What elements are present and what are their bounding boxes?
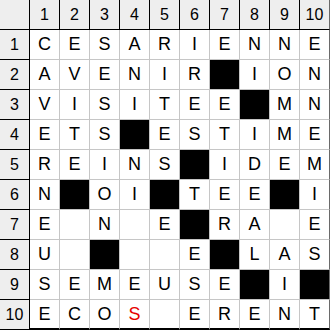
letter-cell-r3-c4[interactable]: I [120, 90, 150, 120]
letter-cell-r5-c3[interactable]: I [90, 150, 120, 180]
col-header-10: 10 [300, 0, 330, 30]
col-header-5: 5 [150, 0, 180, 30]
letter-cell-r8-c6[interactable]: E [180, 240, 210, 270]
letter-cell-r6-c10[interactable]: I [300, 180, 330, 210]
row-header-8: 8 [0, 240, 30, 270]
letter-cell-r5-c10[interactable]: M [300, 150, 330, 180]
row-header-7: 7 [0, 210, 30, 240]
letter-cell-r10-c4[interactable]: S [120, 300, 150, 330]
empty-cell-r7-c4[interactable] [120, 210, 150, 240]
corner-cell [0, 0, 30, 30]
black-cell-r7-c6 [180, 210, 210, 240]
row-header-1: 1 [0, 30, 30, 60]
letter-cell-r6-c1[interactable]: N [30, 180, 60, 210]
letter-cell-r7-c8[interactable]: A [240, 210, 270, 240]
empty-cell-r7-c9[interactable] [270, 210, 300, 240]
letter-cell-r8-c8[interactable]: L [240, 240, 270, 270]
col-header-4: 4 [120, 0, 150, 30]
letter-cell-r1-c5[interactable]: R [150, 30, 180, 60]
letter-cell-r10-c2[interactable]: C [60, 300, 90, 330]
row-header-9: 9 [0, 270, 30, 300]
letter-cell-r5-c5[interactable]: S [150, 150, 180, 180]
letter-cell-r6-c4[interactable]: I [120, 180, 150, 210]
letter-cell-r1-c10[interactable]: E [300, 30, 330, 60]
row-header-3: 3 [0, 90, 30, 120]
letter-cell-r1-c7[interactable]: E [210, 30, 240, 60]
letter-cell-r5-c7[interactable]: I [210, 150, 240, 180]
letter-cell-r9-c2[interactable]: E [60, 270, 90, 300]
letter-cell-r9-c1[interactable]: S [30, 270, 60, 300]
letter-cell-r7-c5[interactable]: E [150, 210, 180, 240]
letter-cell-r3-c7[interactable]: E [210, 90, 240, 120]
black-cell-r9-c8 [240, 270, 270, 300]
black-cell-r9-c10 [300, 270, 330, 300]
letter-cell-r4-c6[interactable]: S [180, 120, 210, 150]
letter-cell-r9-c6[interactable]: S [180, 270, 210, 300]
letter-cell-r6-c8[interactable]: E [240, 180, 270, 210]
black-cell-r6-c2 [60, 180, 90, 210]
letter-cell-r3-c9[interactable]: M [270, 90, 300, 120]
letter-cell-r8-c1[interactable]: U [30, 240, 60, 270]
col-header-7: 7 [210, 0, 240, 30]
black-cell-r2-c7 [210, 60, 240, 90]
black-cell-r3-c8 [240, 90, 270, 120]
black-cell-r6-c5 [150, 180, 180, 210]
letter-cell-r4-c10[interactable]: E [300, 120, 330, 150]
letter-cell-r3-c6[interactable]: E [180, 90, 210, 120]
letter-cell-r8-c10[interactable]: S [300, 240, 330, 270]
black-cell-r8-c3 [90, 240, 120, 270]
row-header-4: 4 [0, 120, 30, 150]
col-header-3: 3 [90, 0, 120, 30]
col-header-1: 1 [30, 0, 60, 30]
letter-cell-r10-c8[interactable]: E [240, 300, 270, 330]
letter-cell-r1-c8[interactable]: N [240, 30, 270, 60]
col-header-8: 8 [240, 0, 270, 30]
letter-cell-r1-c6[interactable]: I [180, 30, 210, 60]
letter-cell-r2-c8[interactable]: I [240, 60, 270, 90]
letter-cell-r3-c5[interactable]: T [150, 90, 180, 120]
letter-cell-r2-c3[interactable]: E [90, 60, 120, 90]
letter-cell-r2-c5[interactable]: I [150, 60, 180, 90]
col-header-9: 9 [270, 0, 300, 30]
letter-cell-r1-c1[interactable]: C [30, 30, 60, 60]
letter-cell-r4-c2[interactable]: T [60, 120, 90, 150]
empty-cell-r7-c2[interactable] [60, 210, 90, 240]
letter-cell-r1-c2[interactable]: E [60, 30, 90, 60]
letter-cell-r8-c9[interactable]: A [270, 240, 300, 270]
letter-cell-r2-c6[interactable]: R [180, 60, 210, 90]
letter-cell-r10-c9[interactable]: N [270, 300, 300, 330]
col-header-6: 6 [180, 0, 210, 30]
letter-cell-r10-c3[interactable]: O [90, 300, 120, 330]
letter-cell-r2-c9[interactable]: O [270, 60, 300, 90]
letter-cell-r2-c4[interactable]: N [120, 60, 150, 90]
letter-cell-r7-c10[interactable]: E [300, 210, 330, 240]
letter-cell-r2-c1[interactable]: A [30, 60, 60, 90]
black-cell-r5-c6 [180, 150, 210, 180]
letter-cell-r3-c1[interactable]: V [30, 90, 60, 120]
letter-cell-r9-c4[interactable]: E [120, 270, 150, 300]
row-header-10: 10 [0, 300, 30, 330]
letter-cell-r4-c3[interactable]: S [90, 120, 120, 150]
letter-cell-r5-c9[interactable]: E [270, 150, 300, 180]
crossword-board: 123456789101CESARIENNE2AVENIRION3VISITEE… [0, 0, 330, 330]
empty-cell-r8-c2[interactable] [60, 240, 90, 270]
letter-cell-r9-c9[interactable]: I [270, 270, 300, 300]
letter-cell-r4-c7[interactable]: T [210, 120, 240, 150]
letter-cell-r3-c3[interactable]: S [90, 90, 120, 120]
letter-cell-r6-c6[interactable]: T [180, 180, 210, 210]
row-header-5: 5 [0, 150, 30, 180]
letter-cell-r4-c5[interactable]: E [150, 120, 180, 150]
empty-cell-r10-c5[interactable] [150, 300, 180, 330]
letter-cell-r7-c7[interactable]: R [210, 210, 240, 240]
letter-cell-r5-c1[interactable]: R [30, 150, 60, 180]
letter-cell-r4-c8[interactable]: I [240, 120, 270, 150]
empty-cell-r8-c5[interactable] [150, 240, 180, 270]
letter-cell-r2-c10[interactable]: N [300, 60, 330, 90]
letter-cell-r1-c9[interactable]: N [270, 30, 300, 60]
letter-cell-r10-c1[interactable]: E [30, 300, 60, 330]
letter-cell-r3-c2[interactable]: I [60, 90, 90, 120]
letter-cell-r10-c6[interactable]: E [180, 300, 210, 330]
letter-cell-r5-c2[interactable]: E [60, 150, 90, 180]
black-cell-r8-c7 [210, 240, 240, 270]
letter-cell-r4-c9[interactable]: M [270, 120, 300, 150]
letter-cell-r9-c5[interactable]: U [150, 270, 180, 300]
row-header-6: 6 [0, 180, 30, 210]
letter-cell-r5-c4[interactable]: N [120, 150, 150, 180]
letter-cell-r3-c10[interactable]: N [300, 90, 330, 120]
letter-cell-r7-c1[interactable]: E [30, 210, 60, 240]
letter-cell-r6-c3[interactable]: O [90, 180, 120, 210]
letter-cell-r7-c3[interactable]: N [90, 210, 120, 240]
letter-cell-r1-c4[interactable]: A [120, 30, 150, 60]
row-header-2: 2 [0, 60, 30, 90]
letter-cell-r1-c3[interactable]: S [90, 30, 120, 60]
letter-cell-r10-c10[interactable]: T [300, 300, 330, 330]
letter-cell-r2-c2[interactable]: V [60, 60, 90, 90]
letter-cell-r10-c7[interactable]: R [210, 300, 240, 330]
letter-cell-r5-c8[interactable]: D [240, 150, 270, 180]
letter-cell-r4-c1[interactable]: E [30, 120, 60, 150]
letter-cell-r9-c3[interactable]: M [90, 270, 120, 300]
letter-cell-r9-c7[interactable]: E [210, 270, 240, 300]
black-cell-r6-c9 [270, 180, 300, 210]
empty-cell-r8-c4[interactable] [120, 240, 150, 270]
col-header-2: 2 [60, 0, 90, 30]
black-cell-r4-c4 [120, 120, 150, 150]
letter-cell-r6-c7[interactable]: E [210, 180, 240, 210]
